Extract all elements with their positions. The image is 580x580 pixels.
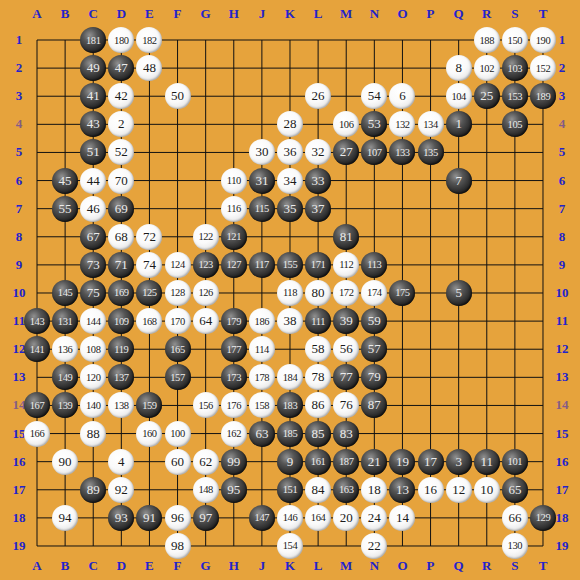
move-number: 100 bbox=[170, 428, 185, 439]
move-number: 39 bbox=[340, 313, 353, 329]
col-label-bottom-A[interactable]: A bbox=[24, 558, 50, 574]
move-number: 35 bbox=[283, 201, 296, 217]
move-number: 24 bbox=[368, 510, 381, 526]
move-number: 95 bbox=[227, 482, 240, 498]
move-number: 70 bbox=[115, 173, 128, 189]
stone-white-F9: 124 bbox=[165, 252, 191, 278]
stone-white-T2: 152 bbox=[530, 55, 556, 81]
stone-black-H17: 95 bbox=[221, 477, 247, 503]
col-label-top-C[interactable]: C bbox=[80, 6, 106, 22]
move-number: 148 bbox=[198, 484, 213, 495]
move-number: 89 bbox=[87, 482, 100, 498]
stone-black-Q6: 7 bbox=[446, 168, 472, 194]
col-label-bottom-M[interactable]: M bbox=[333, 558, 359, 574]
move-number: 162 bbox=[226, 428, 241, 439]
row-label-left-10[interactable]: 10 bbox=[6, 285, 32, 301]
move-number: 78 bbox=[312, 369, 325, 385]
col-label-bottom-B[interactable]: B bbox=[52, 558, 78, 574]
move-number: 49 bbox=[87, 60, 100, 76]
move-number: 77 bbox=[340, 369, 353, 385]
row-label-right-12[interactable]: 12 bbox=[549, 341, 575, 357]
move-number: 60 bbox=[171, 454, 184, 470]
move-number: 99 bbox=[227, 454, 240, 470]
move-number: 62 bbox=[199, 454, 212, 470]
move-number: 27 bbox=[340, 144, 353, 160]
move-number: 113 bbox=[367, 259, 381, 270]
stone-black-S3: 153 bbox=[502, 83, 528, 109]
row-label-right-15[interactable]: 15 bbox=[549, 426, 575, 442]
move-number: 6 bbox=[399, 88, 406, 104]
move-number: 104 bbox=[451, 91, 466, 102]
stone-black-L9: 171 bbox=[305, 252, 331, 278]
stone-black-H13: 173 bbox=[221, 364, 247, 390]
move-number: 48 bbox=[143, 60, 156, 76]
move-number: 71 bbox=[115, 257, 128, 273]
stone-white-G8: 122 bbox=[193, 224, 219, 250]
stone-white-G17: 148 bbox=[193, 477, 219, 503]
move-number: 178 bbox=[255, 372, 270, 383]
move-number: 134 bbox=[423, 119, 438, 130]
move-number: 176 bbox=[226, 400, 241, 411]
move-number: 190 bbox=[536, 35, 551, 46]
row-label-left-4[interactable]: 4 bbox=[6, 116, 32, 132]
col-label-top-N[interactable]: N bbox=[361, 6, 387, 22]
stone-black-B10: 145 bbox=[52, 280, 78, 306]
stone-black-B7: 55 bbox=[52, 196, 78, 222]
stone-white-L10: 80 bbox=[305, 280, 331, 306]
move-number: 187 bbox=[339, 456, 354, 467]
stone-white-T1: 190 bbox=[530, 27, 556, 53]
col-label-bottom-C[interactable]: C bbox=[80, 558, 106, 574]
move-number: 67 bbox=[87, 229, 100, 245]
move-number: 8 bbox=[455, 60, 462, 76]
stone-black-S16: 101 bbox=[502, 449, 528, 475]
move-number: 34 bbox=[283, 173, 296, 189]
move-number: 52 bbox=[115, 144, 128, 160]
col-label-top-F[interactable]: F bbox=[165, 6, 191, 22]
row-label-left-7[interactable]: 7 bbox=[6, 201, 32, 217]
row-label-right-4[interactable]: 4 bbox=[549, 116, 575, 132]
move-number: 163 bbox=[339, 484, 354, 495]
move-number: 97 bbox=[199, 510, 212, 526]
move-number: 107 bbox=[367, 147, 382, 158]
move-number: 42 bbox=[115, 88, 128, 104]
col-label-bottom-R[interactable]: R bbox=[474, 558, 500, 574]
col-label-top-S[interactable]: S bbox=[502, 6, 528, 22]
col-label-bottom-F[interactable]: F bbox=[165, 558, 191, 574]
move-number: 150 bbox=[508, 35, 523, 46]
stone-white-P17: 16 bbox=[418, 477, 444, 503]
move-number: 171 bbox=[311, 259, 326, 270]
col-label-top-E[interactable]: E bbox=[136, 6, 162, 22]
stone-black-Q16: 3 bbox=[446, 449, 472, 475]
move-number: 11 bbox=[481, 454, 494, 470]
col-label-top-G[interactable]: G bbox=[193, 6, 219, 22]
stone-black-F12: 165 bbox=[165, 336, 191, 362]
move-number: 124 bbox=[170, 259, 185, 270]
move-number: 22 bbox=[368, 538, 381, 554]
stone-black-S2: 103 bbox=[502, 55, 528, 81]
col-label-bottom-G[interactable]: G bbox=[193, 558, 219, 574]
move-number: 25 bbox=[480, 88, 493, 104]
col-label-top-P[interactable]: P bbox=[418, 6, 444, 22]
go-board: AABBCCDDEEFFGGHHJJKKLLMMNNOOPPQQRRSSTT11… bbox=[0, 0, 580, 580]
move-number: 38 bbox=[283, 313, 296, 329]
col-label-bottom-O[interactable]: O bbox=[389, 558, 415, 574]
move-number: 47 bbox=[115, 60, 128, 76]
move-number: 37 bbox=[312, 201, 325, 217]
row-label-left-16[interactable]: 16 bbox=[6, 454, 32, 470]
stone-black-P5: 135 bbox=[418, 139, 444, 165]
stone-white-M18: 20 bbox=[333, 505, 359, 531]
move-number: 149 bbox=[58, 372, 73, 383]
row-label-right-13[interactable]: 13 bbox=[549, 369, 575, 385]
stone-white-D17: 92 bbox=[108, 477, 134, 503]
row-label-left-6[interactable]: 6 bbox=[6, 173, 32, 189]
stone-black-Q10: 5 bbox=[446, 280, 472, 306]
stone-black-P16: 17 bbox=[418, 449, 444, 475]
move-number: 84 bbox=[312, 482, 325, 498]
row-label-right-19[interactable]: 19 bbox=[549, 538, 575, 554]
row-label-left-17[interactable]: 17 bbox=[6, 482, 32, 498]
row-label-right-9[interactable]: 9 bbox=[549, 257, 575, 273]
col-label-top-D[interactable]: D bbox=[108, 6, 134, 22]
row-label-right-8[interactable]: 8 bbox=[549, 229, 575, 245]
move-number: 92 bbox=[115, 482, 128, 498]
stone-black-R16: 11 bbox=[474, 449, 500, 475]
move-number: 153 bbox=[508, 91, 523, 102]
move-number: 94 bbox=[59, 510, 72, 526]
move-number: 56 bbox=[340, 341, 353, 357]
move-number: 28 bbox=[283, 116, 296, 132]
move-number: 125 bbox=[142, 287, 157, 298]
move-number: 90 bbox=[59, 454, 72, 470]
move-number: 121 bbox=[226, 231, 241, 242]
move-number: 117 bbox=[255, 259, 269, 270]
stone-white-R2: 102 bbox=[474, 55, 500, 81]
move-number: 132 bbox=[395, 119, 410, 130]
stone-black-K9: 155 bbox=[277, 252, 303, 278]
move-number: 131 bbox=[58, 316, 73, 327]
stone-black-C9: 73 bbox=[80, 252, 106, 278]
row-label-right-10[interactable]: 10 bbox=[549, 285, 575, 301]
move-number: 88 bbox=[87, 426, 100, 442]
stone-black-H11: 179 bbox=[221, 308, 247, 334]
move-number: 133 bbox=[395, 147, 410, 158]
stone-white-J11: 186 bbox=[249, 308, 275, 334]
stone-white-D16: 4 bbox=[108, 449, 134, 475]
move-number: 4 bbox=[118, 454, 125, 470]
stone-white-K18: 146 bbox=[277, 505, 303, 531]
row-label-right-16[interactable]: 16 bbox=[549, 454, 575, 470]
move-number: 64 bbox=[199, 313, 212, 329]
move-number: 154 bbox=[283, 540, 298, 551]
move-number: 51 bbox=[87, 144, 100, 160]
stone-black-J6: 31 bbox=[249, 168, 275, 194]
stone-white-H6: 110 bbox=[221, 168, 247, 194]
stone-white-P4: 134 bbox=[418, 111, 444, 137]
move-number: 73 bbox=[87, 257, 100, 273]
stone-black-L6: 33 bbox=[305, 168, 331, 194]
move-number: 46 bbox=[87, 201, 100, 217]
move-number: 36 bbox=[283, 144, 296, 160]
col-label-top-J[interactable]: J bbox=[249, 6, 275, 22]
col-label-bottom-Q[interactable]: Q bbox=[446, 558, 472, 574]
move-number: 116 bbox=[227, 203, 241, 214]
col-label-top-K[interactable]: K bbox=[277, 6, 303, 22]
stone-black-G18: 97 bbox=[193, 505, 219, 531]
stone-black-L16: 161 bbox=[305, 449, 331, 475]
col-label-top-H[interactable]: H bbox=[221, 6, 247, 22]
move-number: 83 bbox=[340, 426, 353, 442]
col-label-top-O[interactable]: O bbox=[389, 6, 415, 22]
row-label-left-3[interactable]: 3 bbox=[6, 88, 32, 104]
move-number: 53 bbox=[368, 116, 381, 132]
stone-black-N16: 21 bbox=[361, 449, 387, 475]
move-number: 175 bbox=[395, 287, 410, 298]
stone-black-J7: 115 bbox=[249, 196, 275, 222]
move-number: 1 bbox=[455, 116, 462, 132]
stone-white-F15: 100 bbox=[165, 421, 191, 447]
move-number: 166 bbox=[30, 428, 45, 439]
stone-white-D8: 68 bbox=[108, 224, 134, 250]
stone-white-H15: 162 bbox=[221, 421, 247, 447]
col-label-bottom-S[interactable]: S bbox=[502, 558, 528, 574]
row-label-right-11[interactable]: 11 bbox=[549, 313, 575, 329]
col-label-bottom-T[interactable]: T bbox=[530, 558, 556, 574]
stone-black-H12: 177 bbox=[221, 336, 247, 362]
move-number: 141 bbox=[30, 344, 45, 355]
stone-white-H7: 116 bbox=[221, 196, 247, 222]
move-number: 180 bbox=[114, 35, 129, 46]
stone-black-L7: 37 bbox=[305, 196, 331, 222]
col-label-top-B[interactable]: B bbox=[52, 6, 78, 22]
row-label-left-9[interactable]: 9 bbox=[6, 257, 32, 273]
stone-black-J15: 63 bbox=[249, 421, 275, 447]
move-number: 126 bbox=[198, 287, 213, 298]
col-label-top-R[interactable]: R bbox=[474, 6, 500, 22]
move-number: 13 bbox=[396, 482, 409, 498]
col-label-top-A[interactable]: A bbox=[24, 6, 50, 22]
col-label-bottom-J[interactable]: J bbox=[249, 558, 275, 574]
stone-white-F10: 128 bbox=[165, 280, 191, 306]
row-label-left-2[interactable]: 2 bbox=[6, 60, 32, 76]
move-number: 155 bbox=[283, 259, 298, 270]
move-number: 98 bbox=[171, 538, 184, 554]
move-number: 2 bbox=[118, 116, 125, 132]
row-label-right-7[interactable]: 7 bbox=[549, 201, 575, 217]
move-number: 114 bbox=[255, 344, 269, 355]
move-number: 20 bbox=[340, 510, 353, 526]
move-number: 31 bbox=[255, 173, 268, 189]
stone-white-Q17: 12 bbox=[446, 477, 472, 503]
stone-white-D6: 70 bbox=[108, 168, 134, 194]
move-number: 164 bbox=[311, 512, 326, 523]
move-number: 123 bbox=[198, 259, 213, 270]
move-number: 127 bbox=[226, 259, 241, 270]
stone-black-O16: 19 bbox=[389, 449, 415, 475]
move-number: 157 bbox=[170, 372, 185, 383]
stone-white-G10: 126 bbox=[193, 280, 219, 306]
move-number: 30 bbox=[255, 144, 268, 160]
col-label-bottom-K[interactable]: K bbox=[277, 558, 303, 574]
move-number: 109 bbox=[114, 316, 129, 327]
stone-white-K10: 118 bbox=[277, 280, 303, 306]
stone-black-L15: 85 bbox=[305, 421, 331, 447]
stone-black-K7: 35 bbox=[277, 196, 303, 222]
row-label-left-13[interactable]: 13 bbox=[6, 369, 32, 385]
move-number: 57 bbox=[368, 341, 381, 357]
col-label-bottom-P[interactable]: P bbox=[418, 558, 444, 574]
col-label-bottom-L[interactable]: L bbox=[305, 558, 331, 574]
stone-black-M16: 187 bbox=[333, 449, 359, 475]
move-number: 179 bbox=[226, 316, 241, 327]
move-number: 160 bbox=[142, 428, 157, 439]
stone-white-Q3: 104 bbox=[446, 83, 472, 109]
col-label-top-L[interactable]: L bbox=[305, 6, 331, 22]
col-label-bottom-N[interactable]: N bbox=[361, 558, 387, 574]
col-label-top-Q[interactable]: Q bbox=[446, 6, 472, 22]
stone-white-K6: 34 bbox=[277, 168, 303, 194]
move-number: 76 bbox=[340, 397, 353, 413]
move-number: 185 bbox=[283, 428, 298, 439]
stone-white-E15: 160 bbox=[136, 421, 162, 447]
row-label-right-6[interactable]: 6 bbox=[549, 173, 575, 189]
move-number: 151 bbox=[283, 484, 298, 495]
move-number: 128 bbox=[170, 287, 185, 298]
move-number: 161 bbox=[311, 456, 326, 467]
stone-white-F18: 96 bbox=[165, 505, 191, 531]
stone-white-C7: 46 bbox=[80, 196, 106, 222]
move-number: 140 bbox=[86, 400, 101, 411]
row-label-right-17[interactable]: 17 bbox=[549, 482, 575, 498]
col-label-top-T[interactable]: T bbox=[530, 6, 556, 22]
stone-white-K19: 154 bbox=[277, 533, 303, 559]
stone-black-F13: 157 bbox=[165, 364, 191, 390]
stone-white-F16: 60 bbox=[165, 449, 191, 475]
move-number: 55 bbox=[59, 201, 72, 217]
move-number: 139 bbox=[58, 400, 73, 411]
stone-white-M9: 112 bbox=[333, 252, 359, 278]
stone-black-S17: 65 bbox=[502, 477, 528, 503]
stone-black-M17: 163 bbox=[333, 477, 359, 503]
move-number: 106 bbox=[339, 119, 354, 130]
move-number: 146 bbox=[283, 512, 298, 523]
move-number: 165 bbox=[170, 344, 185, 355]
stone-white-G14: 156 bbox=[193, 392, 219, 418]
move-number: 189 bbox=[536, 91, 551, 102]
row-label-left-1[interactable]: 1 bbox=[6, 32, 32, 48]
move-number: 79 bbox=[368, 369, 381, 385]
move-number: 74 bbox=[143, 257, 156, 273]
stone-black-J9: 117 bbox=[249, 252, 275, 278]
stone-white-J12: 114 bbox=[249, 336, 275, 362]
move-number: 41 bbox=[87, 88, 100, 104]
move-number: 10 bbox=[480, 482, 493, 498]
move-number: 18 bbox=[368, 482, 381, 498]
row-label-right-14[interactable]: 14 bbox=[549, 397, 575, 413]
stone-white-G11: 64 bbox=[193, 308, 219, 334]
stone-white-B16: 90 bbox=[52, 449, 78, 475]
stone-white-G16: 62 bbox=[193, 449, 219, 475]
stone-white-B18: 94 bbox=[52, 505, 78, 531]
move-number: 3 bbox=[455, 454, 462, 470]
move-number: 7 bbox=[455, 173, 462, 189]
move-number: 169 bbox=[114, 287, 129, 298]
stone-white-Q2: 8 bbox=[446, 55, 472, 81]
stone-black-C17: 89 bbox=[80, 477, 106, 503]
stone-white-S1: 150 bbox=[502, 27, 528, 53]
move-number: 75 bbox=[87, 285, 100, 301]
move-number: 87 bbox=[368, 397, 381, 413]
stone-black-K16: 9 bbox=[277, 449, 303, 475]
move-number: 105 bbox=[508, 119, 523, 130]
move-number: 59 bbox=[368, 313, 381, 329]
move-number: 58 bbox=[312, 341, 325, 357]
move-number: 186 bbox=[255, 316, 270, 327]
stone-white-F11: 170 bbox=[165, 308, 191, 334]
move-number: 177 bbox=[226, 344, 241, 355]
move-number: 86 bbox=[312, 397, 325, 413]
stone-black-M15: 83 bbox=[333, 421, 359, 447]
move-number: 21 bbox=[368, 454, 381, 470]
move-number: 69 bbox=[115, 201, 128, 217]
stone-black-K17: 151 bbox=[277, 477, 303, 503]
stone-white-L18: 164 bbox=[305, 505, 331, 531]
move-number: 103 bbox=[508, 63, 523, 74]
stone-white-S18: 66 bbox=[502, 505, 528, 531]
move-number: 80 bbox=[312, 285, 325, 301]
move-number: 135 bbox=[423, 147, 438, 158]
move-number: 91 bbox=[143, 510, 156, 526]
move-number: 115 bbox=[255, 203, 269, 214]
move-number: 173 bbox=[226, 372, 241, 383]
move-number: 5 bbox=[455, 285, 462, 301]
row-label-left-5[interactable]: 5 bbox=[6, 144, 32, 160]
row-label-left-8[interactable]: 8 bbox=[6, 229, 32, 245]
stone-white-S19: 130 bbox=[502, 533, 528, 559]
stone-black-R3: 25 bbox=[474, 83, 500, 109]
col-label-bottom-E[interactable]: E bbox=[136, 558, 162, 574]
move-number: 136 bbox=[58, 344, 73, 355]
move-number: 130 bbox=[508, 540, 523, 551]
col-label-bottom-D[interactable]: D bbox=[108, 558, 134, 574]
move-number: 14 bbox=[396, 510, 409, 526]
move-number: 156 bbox=[198, 400, 213, 411]
stone-white-L17: 84 bbox=[305, 477, 331, 503]
col-label-top-M[interactable]: M bbox=[333, 6, 359, 22]
stone-white-K11: 38 bbox=[277, 308, 303, 334]
move-number: 174 bbox=[367, 287, 382, 298]
row-label-right-5[interactable]: 5 bbox=[549, 144, 575, 160]
move-number: 138 bbox=[114, 400, 129, 411]
move-number: 143 bbox=[30, 316, 45, 327]
stone-black-A11: 143 bbox=[24, 308, 50, 334]
col-label-bottom-H[interactable]: H bbox=[221, 558, 247, 574]
stone-black-D7: 69 bbox=[108, 196, 134, 222]
move-number: 172 bbox=[339, 287, 354, 298]
move-number: 111 bbox=[311, 316, 325, 327]
move-number: 101 bbox=[508, 456, 523, 467]
move-number: 184 bbox=[283, 372, 298, 383]
move-number: 63 bbox=[255, 426, 268, 442]
stone-white-F3: 50 bbox=[165, 83, 191, 109]
row-label-left-18[interactable]: 18 bbox=[6, 510, 32, 526]
move-number: 122 bbox=[198, 231, 213, 242]
move-number: 72 bbox=[143, 229, 156, 245]
move-number: 119 bbox=[114, 344, 128, 355]
row-label-left-19[interactable]: 19 bbox=[6, 538, 32, 554]
